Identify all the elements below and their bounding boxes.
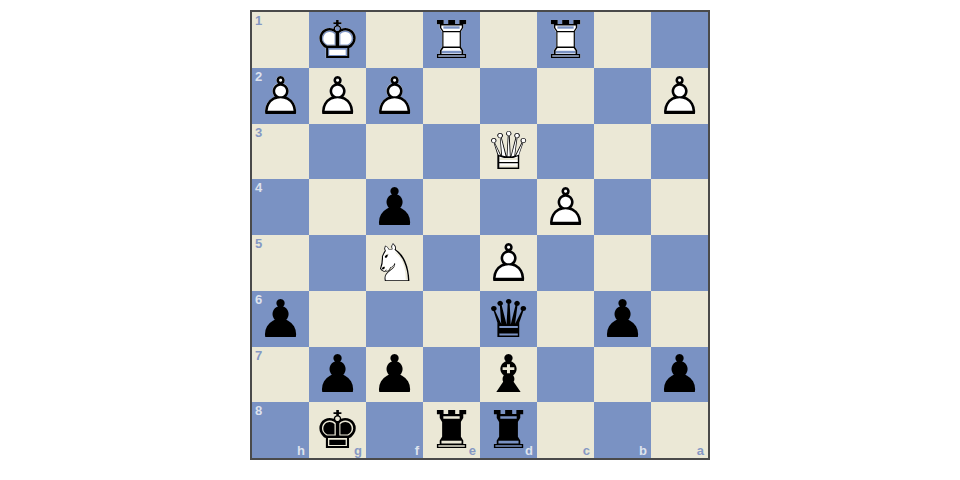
file-label-a: a: [697, 444, 704, 457]
square-c7[interactable]: [537, 347, 594, 403]
file-label-c: c: [583, 444, 590, 457]
square-c5[interactable]: [537, 235, 594, 291]
white-rook[interactable]: ♜♖: [537, 12, 594, 68]
file-label-h: h: [297, 444, 305, 457]
chess-board: 1♚♔♜♖♜♖2♟♙♟♙♟♙♟♙3♛♕4♟♟♙5♞♘♟♙6♟♛♟7♟♟♝♟8hg…: [250, 10, 710, 460]
square-h4[interactable]: 4: [252, 179, 309, 235]
piece-outline-glyph: ♔: [314, 14, 361, 66]
square-f8[interactable]: f: [366, 402, 423, 458]
square-b5[interactable]: [594, 235, 651, 291]
square-d2[interactable]: [480, 68, 537, 124]
black-bishop[interactable]: ♝: [480, 347, 537, 403]
rank-label-4: 4: [255, 181, 262, 194]
square-c3[interactable]: [537, 124, 594, 180]
black-pawn[interactable]: ♟: [366, 179, 423, 235]
square-b6[interactable]: ♟: [594, 291, 651, 347]
square-d3[interactable]: ♛♕: [480, 124, 537, 180]
white-pawn[interactable]: ♟♙: [309, 68, 366, 124]
piece-fill-glyph: ♛: [485, 293, 532, 345]
square-a7[interactable]: ♟: [651, 347, 708, 403]
square-f4[interactable]: ♟: [366, 179, 423, 235]
piece-fill-glyph: ♝: [485, 348, 532, 400]
square-c2[interactable]: [537, 68, 594, 124]
piece-fill-glyph: ♟: [257, 293, 304, 345]
black-pawn[interactable]: ♟: [651, 347, 708, 403]
square-d7[interactable]: ♝: [480, 347, 537, 403]
white-rook[interactable]: ♜♖: [423, 12, 480, 68]
white-pawn[interactable]: ♟♙: [651, 68, 708, 124]
piece-fill-glyph: ♟: [314, 348, 361, 400]
rank-label-3: 3: [255, 126, 262, 139]
piece-outline-glyph: ♖: [428, 14, 475, 66]
black-pawn[interactable]: ♟: [309, 347, 366, 403]
square-b3[interactable]: [594, 124, 651, 180]
rank-label-7: 7: [255, 349, 262, 362]
square-e6[interactable]: [423, 291, 480, 347]
square-e1[interactable]: ♜♖: [423, 12, 480, 68]
square-f7[interactable]: ♟: [366, 347, 423, 403]
square-h5[interactable]: 5: [252, 235, 309, 291]
square-h2[interactable]: 2♟♙: [252, 68, 309, 124]
square-a1[interactable]: [651, 12, 708, 68]
square-f6[interactable]: [366, 291, 423, 347]
white-king[interactable]: ♚♔: [309, 12, 366, 68]
square-c4[interactable]: ♟♙: [537, 179, 594, 235]
piece-outline-glyph: ♙: [257, 70, 304, 122]
piece-outline-glyph: ♙: [314, 70, 361, 122]
square-h1[interactable]: 1: [252, 12, 309, 68]
square-d6[interactable]: ♛: [480, 291, 537, 347]
square-a5[interactable]: [651, 235, 708, 291]
piece-outline-glyph: ♘: [371, 237, 418, 289]
rank-label-1: 1: [255, 14, 262, 27]
square-f2[interactable]: ♟♙: [366, 68, 423, 124]
white-pawn[interactable]: ♟♙: [480, 235, 537, 291]
square-e2[interactable]: [423, 68, 480, 124]
square-d4[interactable]: [480, 179, 537, 235]
black-pawn[interactable]: ♟: [366, 347, 423, 403]
square-a6[interactable]: [651, 291, 708, 347]
file-label-g: g: [354, 444, 362, 457]
file-label-f: f: [415, 444, 419, 457]
square-h8[interactable]: 8h: [252, 402, 309, 458]
rank-label-2: 2: [255, 70, 262, 83]
file-label-b: b: [639, 444, 647, 457]
piece-outline-glyph: ♕: [485, 125, 532, 177]
black-queen[interactable]: ♛: [480, 291, 537, 347]
piece-outline-glyph: ♙: [371, 70, 418, 122]
square-g5[interactable]: [309, 235, 366, 291]
square-e8[interactable]: e♜: [423, 402, 480, 458]
file-label-e: e: [469, 444, 476, 457]
square-g4[interactable]: [309, 179, 366, 235]
square-g7[interactable]: ♟: [309, 347, 366, 403]
square-g2[interactable]: ♟♙: [309, 68, 366, 124]
white-pawn[interactable]: ♟♙: [366, 68, 423, 124]
chess-diagram-page: 1♚♔♜♖♜♖2♟♙♟♙♟♙♟♙3♛♕4♟♟♙5♞♘♟♙6♟♛♟7♟♟♝♟8hg…: [0, 0, 960, 480]
square-h3[interactable]: 3: [252, 124, 309, 180]
square-g1[interactable]: ♚♔: [309, 12, 366, 68]
square-a4[interactable]: [651, 179, 708, 235]
square-f1[interactable]: [366, 12, 423, 68]
square-e4[interactable]: [423, 179, 480, 235]
square-c1[interactable]: ♜♖: [537, 12, 594, 68]
square-d8[interactable]: d♜: [480, 402, 537, 458]
white-queen[interactable]: ♛♕: [480, 124, 537, 180]
file-label-d: d: [525, 444, 533, 457]
square-a3[interactable]: [651, 124, 708, 180]
piece-fill-glyph: ♟: [599, 293, 646, 345]
piece-fill-glyph: ♟: [371, 348, 418, 400]
square-d5[interactable]: ♟♙: [480, 235, 537, 291]
square-b8[interactable]: b: [594, 402, 651, 458]
square-b2[interactable]: [594, 68, 651, 124]
square-g3[interactable]: [309, 124, 366, 180]
square-e7[interactable]: [423, 347, 480, 403]
square-g8[interactable]: g♚: [309, 402, 366, 458]
white-pawn[interactable]: ♟♙: [537, 179, 594, 235]
piece-fill-glyph: ♟: [371, 181, 418, 233]
rank-label-8: 8: [255, 404, 262, 417]
black-pawn[interactable]: ♟: [594, 291, 651, 347]
square-a8[interactable]: a: [651, 402, 708, 458]
square-h7[interactable]: 7: [252, 347, 309, 403]
piece-fill-glyph: ♟: [656, 348, 703, 400]
piece-outline-glyph: ♖: [542, 14, 589, 66]
white-knight[interactable]: ♞♘: [366, 235, 423, 291]
square-c6[interactable]: [537, 291, 594, 347]
square-c8[interactable]: c: [537, 402, 594, 458]
square-h6[interactable]: 6♟: [252, 291, 309, 347]
rank-label-5: 5: [255, 237, 262, 250]
piece-outline-glyph: ♙: [542, 181, 589, 233]
square-g6[interactable]: [309, 291, 366, 347]
rank-label-6: 6: [255, 293, 262, 306]
square-e5[interactable]: [423, 235, 480, 291]
piece-outline-glyph: ♙: [485, 237, 532, 289]
square-b7[interactable]: [594, 347, 651, 403]
square-d1[interactable]: [480, 12, 537, 68]
square-b4[interactable]: [594, 179, 651, 235]
piece-outline-glyph: ♙: [656, 70, 703, 122]
square-b1[interactable]: [594, 12, 651, 68]
square-e3[interactable]: [423, 124, 480, 180]
square-f3[interactable]: [366, 124, 423, 180]
square-a2[interactable]: ♟♙: [651, 68, 708, 124]
square-f5[interactable]: ♞♘: [366, 235, 423, 291]
